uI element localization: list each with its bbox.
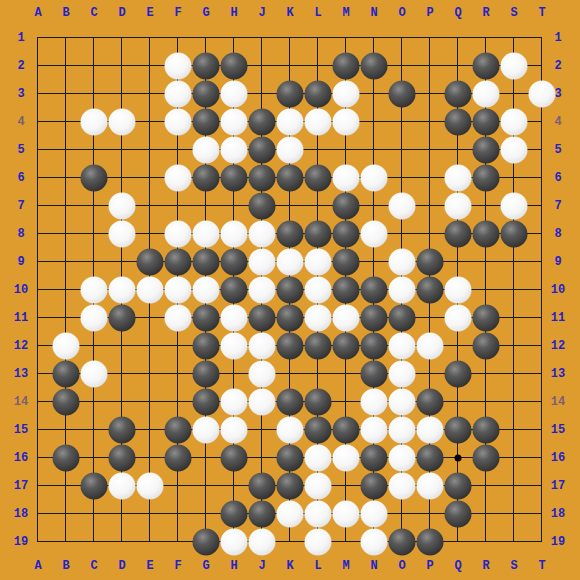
coord-col-K-bottom: K: [286, 560, 293, 572]
black-stone-Q18[interactable]: [445, 501, 472, 528]
white-stone-G8[interactable]: [193, 221, 220, 248]
coord-row-2-right: 2: [554, 60, 561, 72]
black-stone-D11[interactable]: [109, 305, 136, 332]
coord-col-Q-bottom: Q: [454, 560, 461, 572]
coord-col-M-top: M: [342, 7, 349, 19]
white-stone-F11[interactable]: [165, 305, 192, 332]
coord-row-7-right: 7: [554, 200, 561, 212]
black-stone-M2[interactable]: [333, 53, 360, 80]
white-stone-K9[interactable]: [277, 249, 304, 276]
black-stone-Q17[interactable]: [445, 473, 472, 500]
white-stone-Q6[interactable]: [445, 165, 472, 192]
black-stone-G4[interactable]: [193, 109, 220, 136]
white-stone-O16[interactable]: [389, 445, 416, 472]
grid-line-horizontal: [37, 541, 542, 542]
coord-col-F-bottom: F: [174, 560, 181, 572]
white-stone-N6[interactable]: [361, 165, 388, 192]
white-stone-M3[interactable]: [333, 81, 360, 108]
coord-col-G-bottom: G: [202, 560, 209, 572]
coord-row-15-left: 15: [14, 424, 28, 436]
white-stone-H19[interactable]: [221, 529, 248, 556]
coord-row-13-left: 13: [14, 368, 28, 380]
white-stone-L19[interactable]: [305, 529, 332, 556]
white-stone-K18[interactable]: [277, 501, 304, 528]
white-stone-L11[interactable]: [305, 305, 332, 332]
white-stone-Q7[interactable]: [445, 193, 472, 220]
coord-col-H-top: H: [230, 7, 237, 19]
black-stone-K3[interactable]: [277, 81, 304, 108]
black-stone-L14[interactable]: [305, 389, 332, 416]
coord-col-T-top: T: [538, 7, 545, 19]
coord-row-14-left: 14: [14, 396, 28, 408]
coord-col-D-bottom: D: [118, 560, 125, 572]
coord-row-14-right: 14: [551, 396, 565, 408]
white-stone-Q10[interactable]: [445, 277, 472, 304]
white-stone-D7[interactable]: [109, 193, 136, 220]
white-stone-C11[interactable]: [81, 305, 108, 332]
white-stone-B12[interactable]: [53, 333, 80, 360]
black-stone-P19[interactable]: [417, 529, 444, 556]
black-stone-K11[interactable]: [277, 305, 304, 332]
black-stone-R8[interactable]: [473, 221, 500, 248]
coord-col-K-top: K: [286, 7, 293, 19]
coord-col-C-top: C: [90, 7, 97, 19]
black-stone-G3[interactable]: [193, 81, 220, 108]
white-stone-O13[interactable]: [389, 361, 416, 388]
coord-col-J-bottom: J: [258, 560, 265, 572]
coord-row-11-left: 11: [14, 312, 28, 324]
black-stone-R5[interactable]: [473, 137, 500, 164]
white-stone-L10[interactable]: [305, 277, 332, 304]
white-stone-G5[interactable]: [193, 137, 220, 164]
white-stone-C13[interactable]: [81, 361, 108, 388]
white-stone-N18[interactable]: [361, 501, 388, 528]
black-stone-N13[interactable]: [361, 361, 388, 388]
white-stone-H15[interactable]: [221, 417, 248, 444]
black-stone-F16[interactable]: [165, 445, 192, 472]
white-stone-M18[interactable]: [333, 501, 360, 528]
white-stone-J8[interactable]: [249, 221, 276, 248]
coord-row-16-right: 16: [551, 452, 565, 464]
white-stone-S2[interactable]: [501, 53, 528, 80]
coord-row-4-right: 4: [554, 116, 561, 128]
black-stone-M8[interactable]: [333, 221, 360, 248]
black-stone-L8[interactable]: [305, 221, 332, 248]
coord-row-6-right: 6: [554, 172, 561, 184]
white-stone-R3[interactable]: [473, 81, 500, 108]
coord-col-R-top: R: [482, 7, 489, 19]
coord-row-18-right: 18: [551, 508, 565, 520]
white-stone-O17[interactable]: [389, 473, 416, 500]
white-stone-L17[interactable]: [305, 473, 332, 500]
white-stone-S4[interactable]: [501, 109, 528, 136]
black-stone-Q13[interactable]: [445, 361, 472, 388]
white-stone-J10[interactable]: [249, 277, 276, 304]
white-stone-H12[interactable]: [221, 333, 248, 360]
white-stone-N15[interactable]: [361, 417, 388, 444]
coord-row-17-right: 17: [551, 480, 565, 492]
coord-row-9-left: 9: [17, 256, 24, 268]
white-stone-L9[interactable]: [305, 249, 332, 276]
coord-col-S-bottom: S: [510, 560, 517, 572]
coord-row-8-right: 8: [554, 228, 561, 240]
coord-col-P-top: P: [426, 7, 433, 19]
black-stone-M10[interactable]: [333, 277, 360, 304]
white-stone-J12[interactable]: [249, 333, 276, 360]
white-stone-M4[interactable]: [333, 109, 360, 136]
white-stone-F8[interactable]: [165, 221, 192, 248]
black-stone-B13[interactable]: [53, 361, 80, 388]
grid-line-vertical: [541, 37, 542, 542]
black-stone-K14[interactable]: [277, 389, 304, 416]
black-stone-N16[interactable]: [361, 445, 388, 472]
white-stone-Q11[interactable]: [445, 305, 472, 332]
white-stone-G15[interactable]: [193, 417, 220, 444]
white-stone-O10[interactable]: [389, 277, 416, 304]
coord-col-S-top: S: [510, 7, 517, 19]
black-stone-R11[interactable]: [473, 305, 500, 332]
white-stone-O14[interactable]: [389, 389, 416, 416]
coord-row-1-right: 1: [554, 32, 561, 44]
black-stone-S8[interactable]: [501, 221, 528, 248]
black-stone-M12[interactable]: [333, 333, 360, 360]
coord-row-9-right: 9: [554, 256, 561, 268]
black-stone-G9[interactable]: [193, 249, 220, 276]
black-stone-P9[interactable]: [417, 249, 444, 276]
white-stone-O9[interactable]: [389, 249, 416, 276]
coord-col-A-bottom: A: [34, 560, 41, 572]
white-stone-J14[interactable]: [249, 389, 276, 416]
white-stone-D8[interactable]: [109, 221, 136, 248]
black-stone-C6[interactable]: [81, 165, 108, 192]
black-stone-D16[interactable]: [109, 445, 136, 472]
black-stone-G14[interactable]: [193, 389, 220, 416]
coord-row-10-left: 10: [14, 284, 28, 296]
white-stone-F4[interactable]: [165, 109, 192, 136]
white-stone-S7[interactable]: [501, 193, 528, 220]
black-stone-G6[interactable]: [193, 165, 220, 192]
coord-row-8-left: 8: [17, 228, 24, 240]
black-stone-K6[interactable]: [277, 165, 304, 192]
coord-col-N-top: N: [370, 7, 377, 19]
white-stone-F3[interactable]: [165, 81, 192, 108]
black-stone-N17[interactable]: [361, 473, 388, 500]
coord-col-G-top: G: [202, 7, 209, 19]
star-point-Q16: [455, 455, 462, 462]
black-stone-R12[interactable]: [473, 333, 500, 360]
coord-row-2-left: 2: [17, 60, 24, 72]
coord-row-13-right: 13: [551, 368, 565, 380]
black-stone-O19[interactable]: [389, 529, 416, 556]
black-stone-K10[interactable]: [277, 277, 304, 304]
white-stone-J9[interactable]: [249, 249, 276, 276]
black-stone-J7[interactable]: [249, 193, 276, 220]
coord-row-7-left: 7: [17, 200, 24, 212]
white-stone-S5[interactable]: [501, 137, 528, 164]
coord-row-5-left: 5: [17, 144, 24, 156]
black-stone-N10[interactable]: [361, 277, 388, 304]
black-stone-P14[interactable]: [417, 389, 444, 416]
coord-col-O-bottom: O: [398, 560, 405, 572]
black-stone-R4[interactable]: [473, 109, 500, 136]
coord-col-B-top: B: [62, 7, 69, 19]
white-stone-F2[interactable]: [165, 53, 192, 80]
black-stone-Q8[interactable]: [445, 221, 472, 248]
black-stone-M7[interactable]: [333, 193, 360, 220]
coord-row-19-left: 19: [14, 536, 28, 548]
coord-col-M-bottom: M: [342, 560, 349, 572]
black-stone-J17[interactable]: [249, 473, 276, 500]
black-stone-H9[interactable]: [221, 249, 248, 276]
coord-row-12-right: 12: [551, 340, 565, 352]
black-stone-L12[interactable]: [305, 333, 332, 360]
black-stone-K16[interactable]: [277, 445, 304, 472]
coord-col-B-bottom: B: [62, 560, 69, 572]
white-stone-C4[interactable]: [81, 109, 108, 136]
black-stone-O11[interactable]: [389, 305, 416, 332]
white-stone-C10[interactable]: [81, 277, 108, 304]
black-stone-R15[interactable]: [473, 417, 500, 444]
black-stone-L3[interactable]: [305, 81, 332, 108]
black-stone-K17[interactable]: [277, 473, 304, 500]
coord-col-E-bottom: E: [146, 560, 153, 572]
white-stone-K4[interactable]: [277, 109, 304, 136]
coord-row-5-right: 5: [554, 144, 561, 156]
white-stone-P12[interactable]: [417, 333, 444, 360]
coord-col-L-bottom: L: [314, 560, 321, 572]
white-stone-F10[interactable]: [165, 277, 192, 304]
black-stone-G12[interactable]: [193, 333, 220, 360]
white-stone-O15[interactable]: [389, 417, 416, 444]
coord-col-J-top: J: [258, 7, 265, 19]
white-stone-H5[interactable]: [221, 137, 248, 164]
black-stone-G11[interactable]: [193, 305, 220, 332]
go-board-viewer: AA11BB22CC33DD44EE55FF66GG77HH88JJ99KK10…: [0, 0, 580, 580]
white-stone-O7[interactable]: [389, 193, 416, 220]
white-stone-J19[interactable]: [249, 529, 276, 556]
black-stone-J18[interactable]: [249, 501, 276, 528]
black-stone-D15[interactable]: [109, 417, 136, 444]
black-stone-M15[interactable]: [333, 417, 360, 444]
white-stone-L18[interactable]: [305, 501, 332, 528]
coord-row-10-right: 10: [551, 284, 565, 296]
white-stone-M16[interactable]: [333, 445, 360, 472]
coord-col-Q-top: Q: [454, 7, 461, 19]
coord-row-16-left: 16: [14, 452, 28, 464]
coord-col-T-bottom: T: [538, 560, 545, 572]
coord-col-D-top: D: [118, 7, 125, 19]
white-stone-T3[interactable]: [529, 81, 556, 108]
coord-row-6-left: 6: [17, 172, 24, 184]
coord-row-1-left: 1: [17, 32, 24, 44]
black-stone-Q15[interactable]: [445, 417, 472, 444]
white-stone-M6[interactable]: [333, 165, 360, 192]
coord-row-3-left: 3: [17, 88, 24, 100]
black-stone-O3[interactable]: [389, 81, 416, 108]
coord-row-4-left: 4: [17, 116, 24, 128]
black-stone-Q4[interactable]: [445, 109, 472, 136]
black-stone-B16[interactable]: [53, 445, 80, 472]
white-stone-H8[interactable]: [221, 221, 248, 248]
black-stone-L6[interactable]: [305, 165, 332, 192]
white-stone-F6[interactable]: [165, 165, 192, 192]
coord-row-17-left: 17: [14, 480, 28, 492]
white-stone-D17[interactable]: [109, 473, 136, 500]
black-stone-J4[interactable]: [249, 109, 276, 136]
black-stone-J5[interactable]: [249, 137, 276, 164]
black-stone-N2[interactable]: [361, 53, 388, 80]
coord-row-12-left: 12: [14, 340, 28, 352]
black-stone-L15[interactable]: [305, 417, 332, 444]
black-stone-Q3[interactable]: [445, 81, 472, 108]
black-stone-P16[interactable]: [417, 445, 444, 472]
coord-col-P-bottom: P: [426, 560, 433, 572]
black-stone-R16[interactable]: [473, 445, 500, 472]
coord-col-O-top: O: [398, 7, 405, 19]
white-stone-L4[interactable]: [305, 109, 332, 136]
white-stone-M11[interactable]: [333, 305, 360, 332]
coord-col-R-bottom: R: [482, 560, 489, 572]
black-stone-H6[interactable]: [221, 165, 248, 192]
black-stone-G13[interactable]: [193, 361, 220, 388]
black-stone-F15[interactable]: [165, 417, 192, 444]
white-stone-D4[interactable]: [109, 109, 136, 136]
white-stone-H3[interactable]: [221, 81, 248, 108]
coord-row-11-right: 11: [551, 312, 565, 324]
coord-col-C-bottom: C: [90, 560, 97, 572]
black-stone-R2[interactable]: [473, 53, 500, 80]
white-stone-J13[interactable]: [249, 361, 276, 388]
black-stone-R6[interactable]: [473, 165, 500, 192]
white-stone-E10[interactable]: [137, 277, 164, 304]
black-stone-K8[interactable]: [277, 221, 304, 248]
black-stone-G2[interactable]: [193, 53, 220, 80]
coord-col-F-top: F: [174, 7, 181, 19]
black-stone-B14[interactable]: [53, 389, 80, 416]
black-stone-E9[interactable]: [137, 249, 164, 276]
white-stone-P17[interactable]: [417, 473, 444, 500]
black-stone-H16[interactable]: [221, 445, 248, 472]
white-stone-H14[interactable]: [221, 389, 248, 416]
white-stone-O12[interactable]: [389, 333, 416, 360]
black-stone-H18[interactable]: [221, 501, 248, 528]
white-stone-K15[interactable]: [277, 417, 304, 444]
coord-col-L-top: L: [314, 7, 321, 19]
coord-row-18-left: 18: [14, 508, 28, 520]
black-stone-N12[interactable]: [361, 333, 388, 360]
white-stone-L16[interactable]: [305, 445, 332, 472]
black-stone-G19[interactable]: [193, 529, 220, 556]
black-stone-F9[interactable]: [165, 249, 192, 276]
coord-col-E-top: E: [146, 7, 153, 19]
white-stone-H4[interactable]: [221, 109, 248, 136]
black-stone-H10[interactable]: [221, 277, 248, 304]
white-stone-P15[interactable]: [417, 417, 444, 444]
black-stone-C17[interactable]: [81, 473, 108, 500]
white-stone-N8[interactable]: [361, 221, 388, 248]
coord-col-N-bottom: N: [370, 560, 377, 572]
white-stone-D10[interactable]: [109, 277, 136, 304]
black-stone-N11[interactable]: [361, 305, 388, 332]
white-stone-K5[interactable]: [277, 137, 304, 164]
coord-col-H-bottom: H: [230, 560, 237, 572]
white-stone-H11[interactable]: [221, 305, 248, 332]
white-stone-N14[interactable]: [361, 389, 388, 416]
coord-col-A-top: A: [34, 7, 41, 19]
black-stone-H2[interactable]: [221, 53, 248, 80]
black-stone-P10[interactable]: [417, 277, 444, 304]
black-stone-K12[interactable]: [277, 333, 304, 360]
white-stone-N19[interactable]: [361, 529, 388, 556]
coord-row-15-right: 15: [551, 424, 565, 436]
coord-row-19-right: 19: [551, 536, 565, 548]
white-stone-G10[interactable]: [193, 277, 220, 304]
white-stone-E17[interactable]: [137, 473, 164, 500]
black-stone-J6[interactable]: [249, 165, 276, 192]
black-stone-M9[interactable]: [333, 249, 360, 276]
black-stone-J11[interactable]: [249, 305, 276, 332]
